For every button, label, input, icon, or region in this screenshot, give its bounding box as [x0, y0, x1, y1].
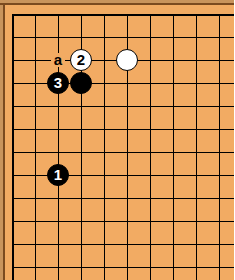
intersection	[24, 233, 47, 256]
intersection	[139, 72, 162, 95]
intersection	[139, 141, 162, 164]
intersection	[116, 256, 139, 279]
intersection	[231, 164, 235, 187]
intersection	[162, 256, 185, 279]
intersection	[162, 210, 185, 233]
intersection	[70, 26, 93, 49]
intersection	[70, 3, 93, 26]
intersection	[93, 3, 116, 26]
intersection	[24, 26, 47, 49]
intersection	[93, 95, 116, 118]
intersection	[231, 118, 235, 141]
intersection	[139, 187, 162, 210]
intersection	[70, 164, 93, 187]
intersection	[47, 256, 70, 279]
intersection	[47, 26, 70, 49]
intersection	[231, 26, 235, 49]
intersection	[162, 164, 185, 187]
intersection	[162, 187, 185, 210]
intersection	[24, 3, 47, 26]
black-stone	[70, 72, 92, 94]
intersection	[185, 164, 208, 187]
intersection	[93, 118, 116, 141]
board-border-top	[0, 3, 234, 5]
intersection	[47, 95, 70, 118]
intersection	[47, 141, 70, 164]
intersection	[162, 3, 185, 26]
intersection	[208, 118, 231, 141]
intersection	[139, 118, 162, 141]
intersection	[185, 256, 208, 279]
intersection	[70, 141, 93, 164]
intersection	[93, 233, 116, 256]
intersection	[47, 118, 70, 141]
intersection	[185, 3, 208, 26]
intersection	[116, 72, 139, 95]
intersection	[208, 49, 231, 72]
intersection	[208, 141, 231, 164]
intersection	[185, 26, 208, 49]
intersection	[116, 141, 139, 164]
intersection	[116, 118, 139, 141]
intersection	[162, 72, 185, 95]
intersection	[231, 187, 235, 210]
intersection	[93, 187, 116, 210]
intersection	[116, 26, 139, 49]
intersection	[139, 49, 162, 72]
intersection	[231, 49, 235, 72]
intersection	[231, 72, 235, 95]
intersection	[93, 26, 116, 49]
intersection	[47, 187, 70, 210]
intersection	[208, 233, 231, 256]
intersection	[24, 187, 47, 210]
point-label-a: a	[51, 53, 65, 67]
intersection	[93, 72, 116, 95]
intersection	[70, 118, 93, 141]
intersection	[70, 187, 93, 210]
intersection	[185, 210, 208, 233]
intersection	[139, 95, 162, 118]
intersection	[24, 49, 47, 72]
intersection	[231, 3, 235, 26]
intersection	[231, 210, 235, 233]
intersection	[70, 210, 93, 233]
intersection	[24, 210, 47, 233]
intersection	[116, 233, 139, 256]
intersection	[231, 256, 235, 279]
go-grid	[1, 3, 235, 280]
intersection	[139, 233, 162, 256]
go-board-diagram: a231	[0, 0, 234, 280]
intersection	[231, 95, 235, 118]
intersection	[185, 95, 208, 118]
intersection	[162, 95, 185, 118]
intersection	[116, 210, 139, 233]
intersection	[185, 118, 208, 141]
intersection	[93, 210, 116, 233]
black-stone-1: 1	[47, 164, 69, 186]
intersection	[116, 164, 139, 187]
intersection	[93, 49, 116, 72]
intersection	[70, 233, 93, 256]
intersection	[139, 256, 162, 279]
intersection	[185, 72, 208, 95]
intersection	[162, 141, 185, 164]
black-stone-3: 3	[47, 72, 69, 94]
intersection	[185, 233, 208, 256]
intersection	[139, 164, 162, 187]
intersection	[116, 187, 139, 210]
intersection	[93, 256, 116, 279]
intersection	[162, 118, 185, 141]
board-border-left	[3, 3, 5, 280]
intersection	[24, 141, 47, 164]
intersection	[208, 187, 231, 210]
intersection	[185, 187, 208, 210]
intersection	[139, 26, 162, 49]
intersection	[185, 49, 208, 72]
intersection	[208, 256, 231, 279]
intersection	[208, 26, 231, 49]
intersection	[24, 95, 47, 118]
intersection	[139, 3, 162, 26]
intersection	[47, 210, 70, 233]
intersection	[231, 233, 235, 256]
intersection	[93, 141, 116, 164]
intersection	[162, 49, 185, 72]
intersection	[24, 118, 47, 141]
intersection	[70, 256, 93, 279]
intersection	[47, 3, 70, 26]
intersection	[208, 72, 231, 95]
intersection	[162, 26, 185, 49]
intersection	[208, 95, 231, 118]
intersection	[185, 141, 208, 164]
intersection	[24, 256, 47, 279]
intersection	[116, 3, 139, 26]
intersection	[208, 210, 231, 233]
intersection	[47, 233, 70, 256]
intersection	[231, 141, 235, 164]
intersection	[93, 164, 116, 187]
white-stone-2: 2	[70, 49, 92, 71]
intersection	[70, 95, 93, 118]
intersection	[139, 210, 162, 233]
intersection	[116, 95, 139, 118]
white-stone	[116, 49, 138, 71]
intersection	[208, 3, 231, 26]
intersection	[162, 233, 185, 256]
intersection	[208, 164, 231, 187]
intersection	[24, 164, 47, 187]
intersection	[24, 72, 47, 95]
